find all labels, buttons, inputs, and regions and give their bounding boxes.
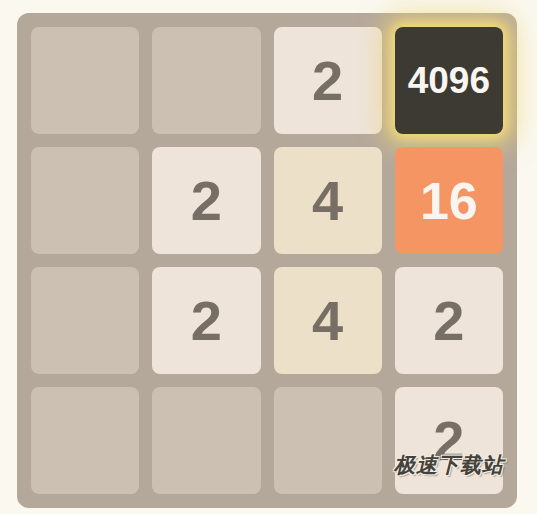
tile-value: 2 xyxy=(191,293,222,349)
empty-cell xyxy=(31,27,139,134)
empty-cell xyxy=(31,387,139,494)
tile-value: 4 xyxy=(312,293,343,349)
empty-cell xyxy=(152,387,260,494)
tile-2: 2 xyxy=(152,147,260,254)
page-background: 2409624162422 极速下载站 xyxy=(0,0,537,514)
tile-4: 4 xyxy=(274,147,382,254)
empty-cell xyxy=(274,387,382,494)
game-board[interactable]: 2409624162422 xyxy=(17,13,517,508)
watermark-text: 极速下载站 xyxy=(394,451,514,479)
tile-4: 4 xyxy=(274,267,382,374)
tile-value: 4096 xyxy=(408,62,490,99)
empty-cell xyxy=(31,147,139,254)
tile-2: 2 xyxy=(274,27,382,134)
tile-value: 16 xyxy=(420,175,478,227)
empty-cell xyxy=(31,267,139,374)
empty-cell xyxy=(152,27,260,134)
tile-value: 2 xyxy=(191,173,222,229)
tile-value: 4 xyxy=(312,173,343,229)
tile-2: 2 xyxy=(152,267,260,374)
tile-16: 16 xyxy=(395,147,503,254)
tile-value: 2 xyxy=(312,53,343,109)
tile-2: 2 xyxy=(395,267,503,374)
tile-value: 2 xyxy=(433,293,464,349)
tile-4096: 4096 xyxy=(395,27,503,134)
